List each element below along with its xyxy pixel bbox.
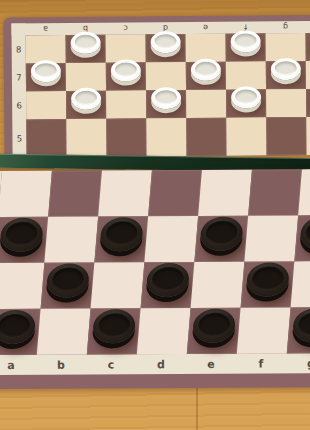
square-g1[interactable] <box>287 307 310 353</box>
square-e3[interactable] <box>194 216 248 262</box>
square-e4[interactable] <box>198 170 252 216</box>
file-label-top-e: e <box>185 21 225 34</box>
black-checker-b2[interactable] <box>45 263 90 297</box>
file-label-top-g: g <box>265 20 305 33</box>
square-g3[interactable] <box>294 215 310 261</box>
square-f7[interactable] <box>226 61 266 89</box>
square-e6[interactable] <box>186 90 226 118</box>
white-checker-a7[interactable] <box>31 60 61 82</box>
white-checker-d6[interactable] <box>151 87 181 109</box>
rank-label-8: 8 <box>12 35 26 63</box>
square-b5[interactable] <box>66 119 106 157</box>
square-a4[interactable] <box>0 171 52 217</box>
file-label-top-a: a <box>25 22 65 35</box>
square-a3[interactable] <box>0 217 48 263</box>
board-near-half: 4321 abcdefgh <box>0 169 310 389</box>
square-e2[interactable] <box>191 262 245 308</box>
square-h7[interactable] <box>306 61 310 89</box>
file-label-top-c: c <box>105 21 145 34</box>
file-label-a: a <box>0 355 36 375</box>
square-f1[interactable] <box>237 307 291 353</box>
square-e7[interactable] <box>186 62 226 90</box>
file-labels-bottom: abcdefgh <box>0 353 310 375</box>
board-grid-far <box>26 33 310 158</box>
table-scene: abcdefgh 8765 4321 abcdefgh <box>0 0 310 430</box>
black-checker-c1[interactable] <box>92 309 137 343</box>
square-d6[interactable] <box>146 90 186 118</box>
square-c8[interactable] <box>106 34 146 62</box>
square-c1[interactable] <box>87 308 141 354</box>
black-checker-e1[interactable] <box>192 309 237 343</box>
black-checker-a3[interactable] <box>0 218 44 252</box>
square-a1[interactable] <box>0 309 41 355</box>
square-f3[interactable] <box>244 215 298 261</box>
rank-labels-far: 8765 <box>12 35 27 157</box>
square-c7[interactable] <box>106 62 146 90</box>
file-label-f: f <box>236 353 286 373</box>
square-g2[interactable] <box>291 261 310 307</box>
square-c4[interactable] <box>98 170 152 216</box>
file-label-top-h: h <box>305 20 310 33</box>
square-d4[interactable] <box>148 170 202 216</box>
square-b3[interactable] <box>44 216 98 262</box>
square-d3[interactable] <box>144 216 198 262</box>
white-checker-b8[interactable] <box>71 32 101 54</box>
square-f2[interactable] <box>241 261 295 307</box>
square-b2[interactable] <box>41 262 95 308</box>
rank-label-6: 6 <box>12 91 26 119</box>
square-h8[interactable] <box>306 33 310 61</box>
white-checker-d8[interactable] <box>151 31 181 53</box>
square-f8[interactable] <box>226 33 266 61</box>
square-e8[interactable] <box>186 34 226 62</box>
rank-label-5: 5 <box>12 119 26 157</box>
square-g8[interactable] <box>266 33 306 61</box>
square-g7[interactable] <box>266 61 306 89</box>
square-e1[interactable] <box>187 308 241 354</box>
square-g5[interactable] <box>266 117 306 155</box>
square-a8[interactable] <box>26 35 66 63</box>
file-label-b: b <box>36 355 86 375</box>
square-c3[interactable] <box>94 216 148 262</box>
file-label-g: g <box>286 353 310 373</box>
square-a7[interactable] <box>26 63 66 91</box>
file-label-c: c <box>86 354 136 374</box>
black-checker-c3[interactable] <box>99 217 144 251</box>
white-checker-c7[interactable] <box>111 59 141 81</box>
square-g6[interactable] <box>266 89 306 117</box>
square-a5[interactable] <box>26 119 66 157</box>
file-label-d: d <box>136 354 186 374</box>
square-b4[interactable] <box>48 170 102 216</box>
black-checker-e3[interactable] <box>199 217 244 251</box>
square-e5[interactable] <box>186 118 226 156</box>
square-b8[interactable] <box>66 35 106 63</box>
square-b6[interactable] <box>66 91 106 119</box>
square-a6[interactable] <box>26 91 66 119</box>
square-h6[interactable] <box>306 89 310 117</box>
table-grain-seam <box>196 384 198 430</box>
square-b7[interactable] <box>66 63 106 91</box>
board-far-half: abcdefgh 8765 <box>3 14 310 157</box>
square-d8[interactable] <box>146 34 186 62</box>
square-c6[interactable] <box>106 90 146 118</box>
white-checker-b6[interactable] <box>71 88 101 110</box>
square-d5[interactable] <box>146 118 186 156</box>
square-f6[interactable] <box>226 89 266 117</box>
white-checker-e7[interactable] <box>191 59 221 81</box>
black-checker-g1[interactable] <box>292 308 310 342</box>
white-checker-f6[interactable] <box>231 86 261 108</box>
square-c2[interactable] <box>91 262 145 308</box>
white-checker-g7[interactable] <box>271 58 301 80</box>
file-label-e: e <box>186 354 236 374</box>
square-h5[interactable] <box>306 117 310 155</box>
black-checker-d2[interactable] <box>145 263 190 297</box>
square-d2[interactable] <box>141 262 195 308</box>
board-grid-near <box>0 169 310 355</box>
white-checker-f8[interactable] <box>231 30 261 52</box>
black-checker-f2[interactable] <box>245 262 290 296</box>
square-d7[interactable] <box>146 62 186 90</box>
black-checker-a1[interactable] <box>0 310 36 344</box>
square-b1[interactable] <box>37 308 91 354</box>
square-f4[interactable] <box>248 169 302 215</box>
square-a2[interactable] <box>0 263 44 309</box>
square-c5[interactable] <box>106 118 146 156</box>
square-d1[interactable] <box>137 308 191 354</box>
rank-label-7: 7 <box>12 63 26 91</box>
black-checker-g3[interactable] <box>299 216 310 250</box>
square-f5[interactable] <box>226 117 266 155</box>
